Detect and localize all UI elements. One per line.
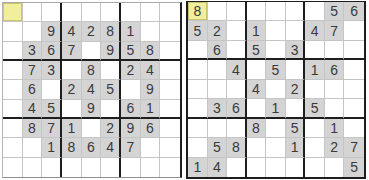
cell-left-r6c8[interactable]: 1 [141,100,161,119]
cell-left-r8c8[interactable] [141,138,161,157]
cell-left-r8c6[interactable]: 4 [101,138,121,157]
cell-left-r4c9[interactable] [160,61,180,80]
cell-right-r4c9[interactable] [344,60,364,79]
cell-right-r6c4[interactable] [247,99,267,118]
cell-right-r5c3[interactable] [227,80,247,99]
cell-left-r5c3[interactable] [42,80,62,99]
cell-left-r6c1[interactable] [3,100,23,119]
cell-right-r8c2[interactable]: 5 [208,138,228,157]
cell-left-r8c2[interactable] [23,138,43,157]
cell-right-r1c4[interactable] [247,2,267,21]
cell-left-r1c6[interactable] [101,3,121,22]
cell-left-r9c9[interactable] [160,158,180,177]
sudoku-board-right: 85652147653451642361585158127145 [186,1,366,179]
cell-right-r7c3[interactable] [227,119,247,138]
cell-left-r2c9[interactable] [160,22,180,41]
cell-left-r2c6[interactable]: 8 [101,22,121,41]
cell-right-r4c7[interactable]: 1 [305,60,325,79]
cell-right-r6c7[interactable]: 5 [305,99,325,118]
cell-right-r2c5[interactable] [266,21,286,40]
cell-right-r4c4[interactable] [247,60,267,79]
cell-right-r5c8[interactable] [325,80,345,99]
cell-left-r7c7[interactable]: 9 [121,119,141,138]
cell-left-r7c2[interactable]: 8 [23,119,43,138]
cell-left-r8c4[interactable]: 8 [62,138,82,157]
cell-left-r1c3[interactable] [42,3,62,22]
cell-right-r3c4[interactable]: 5 [247,41,267,60]
cell-right-r1c1[interactable]: 8 [188,2,208,21]
cell-right-r6c1[interactable] [188,99,208,118]
cell-left-r4c6[interactable] [101,61,121,80]
cell-left-r2c1[interactable] [3,22,23,41]
cell-left-r8c9[interactable] [160,138,180,157]
cell-right-r6c3[interactable]: 6 [227,99,247,118]
cell-right-r7c2[interactable] [208,119,228,138]
cell-left-r5c9[interactable] [160,80,180,99]
cell-left-r2c8[interactable] [141,22,161,41]
cell-right-r4c8[interactable]: 6 [325,60,345,79]
cell-left-r5c2[interactable]: 6 [23,80,43,99]
cell-left-r3c6[interactable]: 9 [101,42,121,61]
cell-left-r7c6[interactable]: 2 [101,119,121,138]
cell-right-r2c4[interactable]: 1 [247,21,267,40]
cell-right-r3c6[interactable]: 3 [286,41,306,60]
cell-right-r9c1[interactable]: 1 [188,158,208,177]
cell-left-r9c8[interactable] [141,158,161,177]
cell-left-r5c1[interactable] [3,80,23,99]
cell-left-r7c9[interactable] [160,119,180,138]
cell-left-r5c5[interactable]: 4 [82,80,102,99]
cell-right-r3c3[interactable] [227,41,247,60]
cell-left-r4c7[interactable]: 2 [121,61,141,80]
cell-right-r5c2[interactable] [208,80,228,99]
cell-left-r2c3[interactable]: 9 [42,22,62,41]
cell-right-r8c1[interactable] [188,138,208,157]
cell-left-r6c5[interactable]: 9 [82,100,102,119]
cell-right-r7c1[interactable] [188,119,208,138]
cell-left-r7c5[interactable] [82,119,102,138]
cell-right-r8c9[interactable]: 7 [344,138,364,157]
cell-left-r1c8[interactable] [141,3,161,22]
cell-left-r1c4[interactable] [62,3,82,22]
cell-left-r2c5[interactable]: 2 [82,22,102,41]
cell-right-r3c7[interactable] [305,41,325,60]
cell-left-r5c7[interactable] [121,80,141,99]
sudoku-app-canvas: 9428136795873824624594596187129618647 85… [0,0,369,180]
cell-left-r1c5[interactable] [82,3,102,22]
cell-left-r9c4[interactable] [62,158,82,177]
cell-right-r3c8[interactable] [325,41,345,60]
cell-left-r3c1[interactable] [3,42,23,61]
cell-right-r3c1[interactable] [188,41,208,60]
cell-right-r5c5[interactable] [266,80,286,99]
cell-left-r9c1[interactable] [3,158,23,177]
cell-right-r5c1[interactable] [188,80,208,99]
cell-right-r8c4[interactable] [247,138,267,157]
cell-left-r4c4[interactable] [62,61,82,80]
cell-left-r4c3[interactable]: 3 [42,61,62,80]
cell-left-r4c5[interactable]: 8 [82,61,102,80]
cell-left-r6c3[interactable]: 5 [42,100,62,119]
cell-right-r7c4[interactable]: 8 [247,119,267,138]
cell-right-r5c6[interactable]: 2 [286,80,306,99]
cell-left-r7c3[interactable]: 7 [42,119,62,138]
cell-left-r1c1[interactable] [3,3,23,22]
cell-left-r3c9[interactable] [160,42,180,61]
cell-left-r3c7[interactable]: 5 [121,42,141,61]
cell-left-r6c7[interactable]: 6 [121,100,141,119]
cell-right-r9c3[interactable] [227,158,247,177]
cell-left-r1c2[interactable] [23,3,43,22]
cell-right-r2c6[interactable] [286,21,306,40]
cell-left-r6c6[interactable] [101,100,121,119]
cell-right-r5c7[interactable] [305,80,325,99]
cell-right-r1c8[interactable]: 5 [325,2,345,21]
cell-right-r9c2[interactable]: 4 [208,158,228,177]
cell-right-r5c4[interactable]: 4 [247,80,267,99]
cell-right-r9c8[interactable] [325,158,345,177]
cell-left-r2c7[interactable]: 1 [121,22,141,41]
cell-right-r6c6[interactable] [286,99,306,118]
cell-right-r7c6[interactable]: 5 [286,119,306,138]
cell-left-r6c9[interactable] [160,100,180,119]
cell-right-r4c5[interactable]: 5 [266,60,286,79]
cell-left-r3c2[interactable]: 3 [23,42,43,61]
cell-right-r1c3[interactable] [227,2,247,21]
cell-right-r3c9[interactable] [344,41,364,60]
cell-left-r3c5[interactable] [82,42,102,61]
cell-left-r9c7[interactable] [121,158,141,177]
cell-right-r4c2[interactable] [208,60,228,79]
cell-left-r8c3[interactable]: 1 [42,138,62,157]
cell-left-r5c4[interactable]: 2 [62,80,82,99]
cell-right-r2c9[interactable] [344,21,364,40]
cell-right-r7c8[interactable]: 1 [325,119,345,138]
cell-left-r2c4[interactable]: 4 [62,22,82,41]
cell-left-r5c8[interactable]: 9 [141,80,161,99]
cell-left-r4c1[interactable] [3,61,23,80]
cell-left-r3c8[interactable]: 8 [141,42,161,61]
cell-right-r4c3[interactable]: 4 [227,60,247,79]
cell-right-r1c7[interactable] [305,2,325,21]
cell-left-r9c3[interactable] [42,158,62,177]
cell-right-r9c7[interactable] [305,158,325,177]
cell-right-r8c6[interactable]: 1 [286,138,306,157]
cell-right-r9c6[interactable] [286,158,306,177]
cell-right-r3c2[interactable]: 6 [208,41,228,60]
cell-right-r1c2[interactable] [208,2,228,21]
cell-right-r2c7[interactable]: 4 [305,21,325,40]
cell-right-r1c5[interactable] [266,2,286,21]
cell-right-r2c1[interactable]: 5 [188,21,208,40]
cell-left-r8c1[interactable] [3,138,23,157]
cell-left-r2c2[interactable] [23,22,43,41]
cell-right-r9c5[interactable] [266,158,286,177]
cell-right-r7c5[interactable] [266,119,286,138]
cell-left-r8c7[interactable]: 7 [121,138,141,157]
cell-left-r7c1[interactable] [3,119,23,138]
cell-left-r1c9[interactable] [160,3,180,22]
cell-left-r6c4[interactable] [62,100,82,119]
cell-right-r1c6[interactable] [286,2,306,21]
cell-right-r5c9[interactable] [344,80,364,99]
cell-right-r7c9[interactable] [344,119,364,138]
cell-left-r7c8[interactable]: 6 [141,119,161,138]
cell-left-r8c5[interactable]: 6 [82,138,102,157]
sudoku-board-left: 9428136795873824624594596187129618647 [2,2,182,178]
cell-right-r9c4[interactable] [247,158,267,177]
cell-right-r8c8[interactable]: 2 [325,138,345,157]
cell-left-r1c7[interactable] [121,3,141,22]
cell-right-r6c5[interactable]: 1 [266,99,286,118]
cell-left-r3c4[interactable]: 7 [62,42,82,61]
cell-right-r1c9[interactable]: 6 [344,2,364,21]
cell-right-r4c1[interactable] [188,60,208,79]
cell-left-r9c5[interactable] [82,158,102,177]
cell-right-r4c6[interactable] [286,60,306,79]
cell-right-r2c3[interactable] [227,21,247,40]
cell-right-r8c7[interactable] [305,138,325,157]
cell-right-r7c7[interactable] [305,119,325,138]
cell-right-r9c9[interactable]: 5 [344,158,364,177]
cell-left-r3c3[interactable]: 6 [42,42,62,61]
cell-left-r4c2[interactable]: 7 [23,61,43,80]
cell-right-r2c2[interactable]: 2 [208,21,228,40]
cell-right-r6c8[interactable] [325,99,345,118]
cell-left-r9c6[interactable] [101,158,121,177]
cell-right-r6c9[interactable] [344,99,364,118]
cell-right-r6c2[interactable]: 3 [208,99,228,118]
cell-left-r6c2[interactable]: 4 [23,100,43,119]
cell-right-r3c5[interactable] [266,41,286,60]
cell-right-r8c3[interactable]: 8 [227,138,247,157]
cell-right-r2c8[interactable]: 7 [325,21,345,40]
cell-left-r4c8[interactable]: 4 [141,61,161,80]
cell-right-r8c5[interactable] [266,138,286,157]
cell-left-r7c4[interactable]: 1 [62,119,82,138]
cell-left-r5c6[interactable]: 5 [101,80,121,99]
cell-left-r9c2[interactable] [23,158,43,177]
